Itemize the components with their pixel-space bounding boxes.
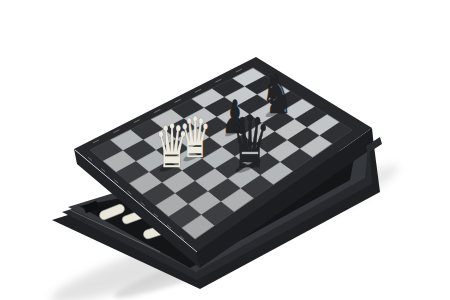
piece-black-queen: ♛	[229, 101, 271, 184]
scene-svg: ♞♟♛♛♛	[0, 0, 450, 300]
chess-set-product-photo: ♞♟♛♛♛	[0, 0, 450, 300]
piece-white-queen: ♛	[155, 111, 190, 181]
